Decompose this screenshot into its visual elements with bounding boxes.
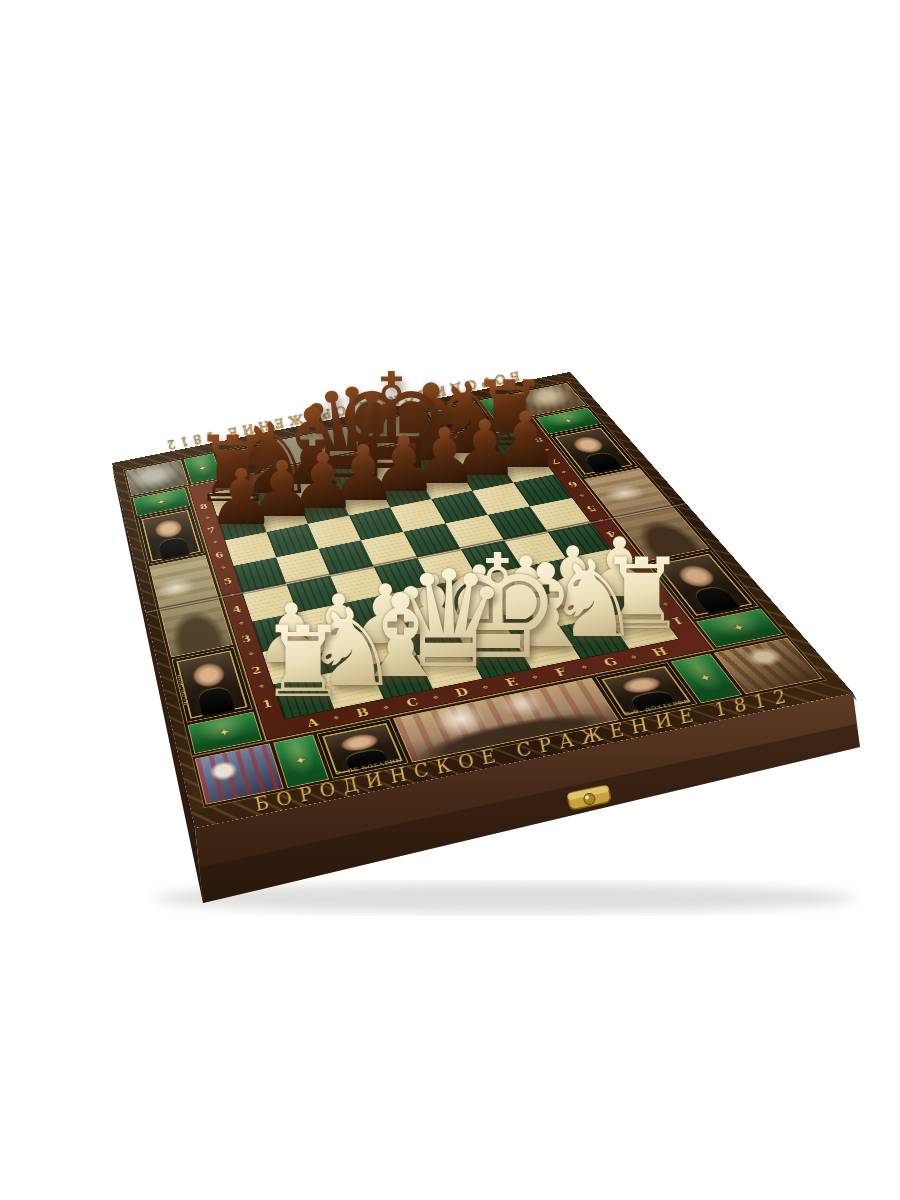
- piece-black-pawn-a7[interactable]: ♟: [207, 459, 276, 536]
- piece-white-rook-a1[interactable]: ♜: [259, 613, 347, 711]
- pieces-layer: ♜♞♝♛♚♝♞♜♟♟♟♟♟♟♟♟♟♟♟♟♟♟♟♟♜♞♝♛♚♝♞♜: [0, 0, 900, 1200]
- product-photo-borodino-chess-set: { "game": "chess", "product_theme": "Бор…: [0, 0, 900, 1200]
